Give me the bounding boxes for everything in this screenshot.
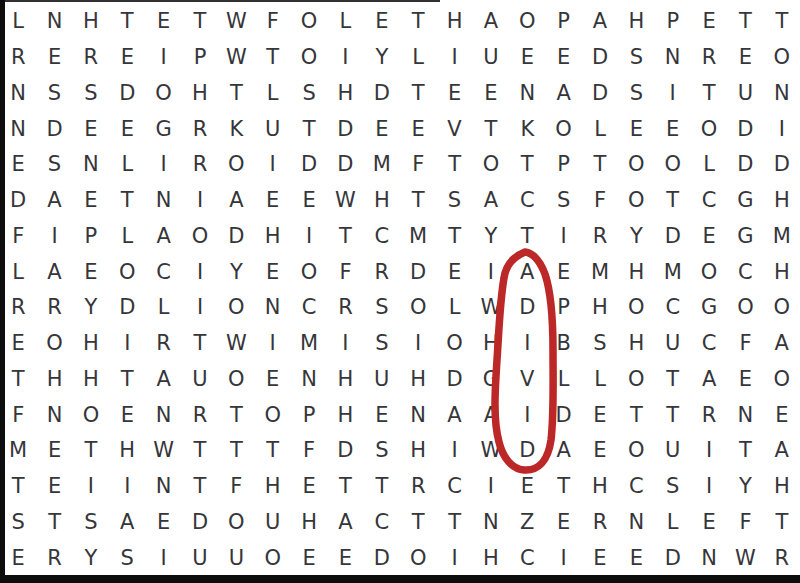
grid-cell[interactable]: D bbox=[291, 147, 327, 183]
grid-cell[interactable]: A bbox=[218, 183, 254, 219]
grid-cell[interactable]: T bbox=[764, 505, 800, 541]
grid-cell[interactable]: Y bbox=[73, 290, 109, 326]
grid-cell[interactable]: S bbox=[0, 505, 36, 541]
grid-cell[interactable]: D bbox=[0, 183, 36, 219]
grid-cell[interactable]: G bbox=[727, 219, 763, 255]
grid-cell[interactable]: D bbox=[545, 397, 581, 433]
grid-cell[interactable]: N bbox=[473, 505, 509, 541]
grid-cell[interactable]: C bbox=[509, 183, 545, 219]
grid-cell[interactable]: L bbox=[400, 40, 436, 76]
grid-cell[interactable]: F bbox=[727, 326, 763, 362]
grid-cell[interactable]: I bbox=[436, 433, 472, 469]
grid-cell[interactable]: N bbox=[655, 40, 691, 76]
grid-cell[interactable]: H bbox=[582, 290, 618, 326]
grid-cell[interactable]: C bbox=[364, 505, 400, 541]
grid-cell[interactable]: D bbox=[400, 254, 436, 290]
grid-cell[interactable]: H bbox=[327, 76, 363, 112]
grid-cell[interactable]: T bbox=[400, 76, 436, 112]
grid-cell[interactable]: T bbox=[764, 4, 800, 40]
grid-cell[interactable]: O bbox=[618, 433, 654, 469]
grid-cell[interactable]: L bbox=[0, 254, 36, 290]
grid-cell[interactable]: I bbox=[327, 40, 363, 76]
grid-cell[interactable]: O bbox=[509, 4, 545, 40]
grid-cell[interactable]: C bbox=[691, 183, 727, 219]
grid-cell[interactable]: E bbox=[0, 326, 36, 362]
grid-cell[interactable]: H bbox=[109, 433, 145, 469]
grid-cell[interactable]: E bbox=[509, 40, 545, 76]
grid-cell[interactable]: T bbox=[727, 4, 763, 40]
grid-cell[interactable]: E bbox=[145, 505, 181, 541]
grid-cell[interactable]: H bbox=[73, 326, 109, 362]
grid-cell[interactable]: N bbox=[691, 540, 727, 576]
grid-cell[interactable]: O bbox=[255, 540, 291, 576]
grid-cell[interactable]: I bbox=[545, 219, 581, 255]
grid-cell[interactable]: U bbox=[655, 433, 691, 469]
grid-cell[interactable]: U bbox=[364, 362, 400, 398]
grid-cell[interactable]: A bbox=[436, 397, 472, 433]
grid-cell[interactable]: E bbox=[145, 4, 181, 40]
grid-cell[interactable]: D bbox=[327, 111, 363, 147]
grid-cell[interactable]: I bbox=[691, 433, 727, 469]
grid-cell[interactable]: T bbox=[400, 505, 436, 541]
grid-cell[interactable]: C bbox=[291, 290, 327, 326]
grid-cell[interactable]: F bbox=[582, 183, 618, 219]
grid-cell[interactable]: A bbox=[473, 397, 509, 433]
grid-cell[interactable]: E bbox=[291, 183, 327, 219]
grid-cell[interactable]: U bbox=[727, 76, 763, 112]
grid-cell[interactable]: L bbox=[436, 290, 472, 326]
grid-cell[interactable]: E bbox=[255, 362, 291, 398]
grid-cell[interactable]: T bbox=[73, 433, 109, 469]
grid-cell[interactable]: A bbox=[145, 219, 181, 255]
grid-cell[interactable]: O bbox=[545, 111, 581, 147]
grid-cell[interactable]: R bbox=[764, 540, 800, 576]
grid-cell[interactable]: T bbox=[400, 4, 436, 40]
grid-cell[interactable]: I bbox=[655, 76, 691, 112]
grid-cell[interactable]: V bbox=[436, 111, 472, 147]
grid-cell[interactable]: H bbox=[473, 326, 509, 362]
grid-cell[interactable]: T bbox=[218, 433, 254, 469]
grid-cell[interactable]: T bbox=[327, 219, 363, 255]
grid-cell[interactable]: H bbox=[400, 362, 436, 398]
grid-cell[interactable]: D bbox=[109, 76, 145, 112]
grid-cell[interactable]: P bbox=[545, 147, 581, 183]
grid-cell[interactable]: H bbox=[764, 183, 800, 219]
grid-cell[interactable]: T bbox=[509, 219, 545, 255]
grid-cell[interactable]: E bbox=[36, 469, 72, 505]
grid-cell[interactable]: U bbox=[255, 111, 291, 147]
grid-cell[interactable]: F bbox=[327, 254, 363, 290]
grid-cell[interactable]: E bbox=[727, 362, 763, 398]
grid-cell[interactable]: A bbox=[691, 362, 727, 398]
grid-cell[interactable]: O bbox=[618, 183, 654, 219]
grid-cell[interactable]: N bbox=[36, 397, 72, 433]
grid-cell[interactable]: T bbox=[0, 469, 36, 505]
grid-cell[interactable]: T bbox=[255, 40, 291, 76]
grid-cell[interactable]: H bbox=[764, 469, 800, 505]
grid-cell[interactable]: U bbox=[255, 505, 291, 541]
grid-cell[interactable]: G bbox=[727, 183, 763, 219]
grid-cell[interactable]: G bbox=[691, 290, 727, 326]
grid-cell[interactable]: H bbox=[73, 362, 109, 398]
grid-cell[interactable]: U bbox=[182, 362, 218, 398]
grid-cell[interactable]: S bbox=[436, 183, 472, 219]
grid-cell[interactable]: C bbox=[436, 469, 472, 505]
grid-cell[interactable]: T bbox=[109, 183, 145, 219]
grid-cell[interactable]: S bbox=[545, 183, 581, 219]
grid-cell[interactable]: C bbox=[364, 219, 400, 255]
grid-cell[interactable]: S bbox=[655, 469, 691, 505]
grid-cell[interactable]: R bbox=[582, 505, 618, 541]
grid-cell[interactable]: E bbox=[327, 540, 363, 576]
grid-cell[interactable]: D bbox=[655, 540, 691, 576]
grid-cell[interactable]: A bbox=[109, 505, 145, 541]
grid-cell[interactable]: N bbox=[727, 397, 763, 433]
grid-cell[interactable]: E bbox=[618, 111, 654, 147]
grid-cell[interactable]: S bbox=[364, 326, 400, 362]
grid-cell[interactable]: E bbox=[509, 469, 545, 505]
grid-cell[interactable]: D bbox=[327, 147, 363, 183]
grid-cell[interactable]: D bbox=[364, 540, 400, 576]
grid-cell[interactable]: N bbox=[145, 183, 181, 219]
grid-cell[interactable]: K bbox=[509, 111, 545, 147]
grid-cell[interactable]: T bbox=[364, 469, 400, 505]
grid-cell[interactable]: M bbox=[582, 254, 618, 290]
grid-cell[interactable]: W bbox=[218, 326, 254, 362]
grid-cell[interactable]: E bbox=[582, 433, 618, 469]
grid-cell[interactable]: N bbox=[73, 147, 109, 183]
grid-cell[interactable]: O bbox=[218, 290, 254, 326]
grid-cell[interactable]: O bbox=[618, 362, 654, 398]
grid-cell[interactable]: Y bbox=[618, 219, 654, 255]
grid-cell[interactable]: O bbox=[291, 254, 327, 290]
grid-cell[interactable]: R bbox=[364, 254, 400, 290]
grid-cell[interactable]: E bbox=[291, 540, 327, 576]
grid-cell[interactable]: R bbox=[182, 397, 218, 433]
grid-cell[interactable]: R bbox=[582, 219, 618, 255]
grid-cell[interactable]: I bbox=[291, 219, 327, 255]
grid-cell[interactable]: A bbox=[582, 4, 618, 40]
grid-cell[interactable]: M bbox=[655, 254, 691, 290]
grid-cell[interactable]: O bbox=[400, 290, 436, 326]
grid-cell[interactable]: W bbox=[327, 183, 363, 219]
grid-cell[interactable]: L bbox=[655, 505, 691, 541]
grid-cell[interactable]: W bbox=[473, 433, 509, 469]
grid-cell[interactable]: E bbox=[473, 76, 509, 112]
grid-cell[interactable]: D bbox=[509, 433, 545, 469]
grid-cell[interactable]: E bbox=[109, 397, 145, 433]
grid-cell[interactable]: N bbox=[36, 4, 72, 40]
grid-cell[interactable]: E bbox=[36, 40, 72, 76]
grid-cell[interactable]: O bbox=[691, 254, 727, 290]
grid-cell[interactable]: U bbox=[655, 326, 691, 362]
grid-cell[interactable]: L bbox=[545, 362, 581, 398]
grid-cell[interactable]: E bbox=[109, 40, 145, 76]
grid-cell[interactable]: E bbox=[364, 4, 400, 40]
grid-cell[interactable]: N bbox=[291, 362, 327, 398]
grid-cell[interactable]: H bbox=[400, 433, 436, 469]
grid-cell[interactable]: N bbox=[509, 76, 545, 112]
grid-cell[interactable]: I bbox=[182, 183, 218, 219]
grid-cell[interactable]: H bbox=[582, 469, 618, 505]
grid-cell[interactable]: T bbox=[109, 362, 145, 398]
grid-cell[interactable]: C bbox=[618, 469, 654, 505]
grid-cell[interactable]: L bbox=[109, 147, 145, 183]
grid-cell[interactable]: F bbox=[218, 469, 254, 505]
grid-cell[interactable]: O bbox=[291, 4, 327, 40]
grid-cell[interactable]: O bbox=[73, 397, 109, 433]
grid-cell[interactable]: T bbox=[655, 397, 691, 433]
grid-cell[interactable]: A bbox=[473, 4, 509, 40]
grid-cell[interactable]: H bbox=[764, 254, 800, 290]
grid-cell[interactable]: S bbox=[364, 433, 400, 469]
grid-cell[interactable]: T bbox=[436, 147, 472, 183]
grid-cell[interactable]: C bbox=[691, 326, 727, 362]
grid-cell[interactable]: U bbox=[182, 540, 218, 576]
grid-cell[interactable]: O bbox=[473, 147, 509, 183]
grid-cell[interactable]: D bbox=[582, 76, 618, 112]
grid-cell[interactable]: L bbox=[582, 362, 618, 398]
grid-cell[interactable]: L bbox=[109, 219, 145, 255]
grid-cell[interactable]: E bbox=[436, 76, 472, 112]
grid-cell[interactable]: W bbox=[727, 540, 763, 576]
grid-cell[interactable]: T bbox=[0, 362, 36, 398]
grid-cell[interactable]: T bbox=[691, 76, 727, 112]
grid-cell[interactable]: O bbox=[618, 290, 654, 326]
grid-cell[interactable]: I bbox=[436, 40, 472, 76]
grid-cell[interactable]: S bbox=[109, 540, 145, 576]
grid-cell[interactable]: E bbox=[364, 397, 400, 433]
grid-cell[interactable]: O bbox=[691, 111, 727, 147]
grid-cell[interactable]: T bbox=[182, 4, 218, 40]
grid-cell[interactable]: E bbox=[545, 505, 581, 541]
grid-cell[interactable]: I bbox=[182, 254, 218, 290]
grid-cell[interactable]: A bbox=[545, 433, 581, 469]
grid-cell[interactable]: G bbox=[473, 362, 509, 398]
grid-cell[interactable]: T bbox=[218, 76, 254, 112]
grid-cell[interactable]: D bbox=[655, 219, 691, 255]
grid-cell[interactable]: L bbox=[582, 111, 618, 147]
grid-cell[interactable]: H bbox=[618, 254, 654, 290]
grid-cell[interactable]: T bbox=[618, 397, 654, 433]
grid-cell[interactable]: D bbox=[727, 111, 763, 147]
grid-cell[interactable]: S bbox=[73, 76, 109, 112]
grid-cell[interactable]: R bbox=[73, 40, 109, 76]
grid-cell[interactable]: O bbox=[764, 40, 800, 76]
grid-cell[interactable]: N bbox=[145, 397, 181, 433]
grid-cell[interactable]: T bbox=[655, 362, 691, 398]
grid-cell[interactable]: D bbox=[509, 290, 545, 326]
grid-cell[interactable]: E bbox=[764, 397, 800, 433]
grid-cell[interactable]: I bbox=[145, 540, 181, 576]
grid-cell[interactable]: T bbox=[509, 147, 545, 183]
grid-cell[interactable]: T bbox=[473, 111, 509, 147]
grid-cell[interactable]: U bbox=[473, 40, 509, 76]
grid-cell[interactable]: F bbox=[400, 147, 436, 183]
grid-cell[interactable]: D bbox=[218, 219, 254, 255]
grid-cell[interactable]: O bbox=[145, 76, 181, 112]
grid-cell[interactable]: P bbox=[655, 4, 691, 40]
grid-cell[interactable]: R bbox=[36, 290, 72, 326]
grid-cell[interactable]: E bbox=[291, 469, 327, 505]
grid-cell[interactable]: N bbox=[255, 290, 291, 326]
grid-cell[interactable]: I bbox=[255, 147, 291, 183]
grid-cell[interactable]: E bbox=[727, 40, 763, 76]
grid-cell[interactable]: Y bbox=[473, 219, 509, 255]
grid-cell[interactable]: I bbox=[145, 147, 181, 183]
grid-cell[interactable]: A bbox=[36, 183, 72, 219]
grid-cell[interactable]: O bbox=[618, 147, 654, 183]
grid-cell[interactable]: M bbox=[764, 219, 800, 255]
grid-cell[interactable]: H bbox=[436, 4, 472, 40]
grid-cell[interactable]: S bbox=[291, 76, 327, 112]
grid-cell[interactable]: E bbox=[618, 540, 654, 576]
grid-cell[interactable]: I bbox=[109, 469, 145, 505]
grid-cell[interactable]: V bbox=[509, 362, 545, 398]
grid-cell[interactable]: S bbox=[73, 505, 109, 541]
grid-cell[interactable]: R bbox=[691, 397, 727, 433]
grid-cell[interactable]: D bbox=[36, 111, 72, 147]
grid-cell[interactable]: T bbox=[400, 183, 436, 219]
grid-cell[interactable]: S bbox=[36, 76, 72, 112]
grid-cell[interactable]: E bbox=[0, 540, 36, 576]
grid-cell[interactable]: H bbox=[364, 183, 400, 219]
grid-cell[interactable]: T bbox=[255, 433, 291, 469]
grid-cell[interactable]: T bbox=[545, 469, 581, 505]
grid-cell[interactable]: E bbox=[73, 254, 109, 290]
grid-cell[interactable]: D bbox=[436, 362, 472, 398]
grid-cell[interactable]: E bbox=[36, 433, 72, 469]
grid-cell[interactable]: Y bbox=[73, 540, 109, 576]
grid-cell[interactable]: F bbox=[0, 219, 36, 255]
grid-cell[interactable]: N bbox=[0, 76, 36, 112]
grid-cell[interactable]: S bbox=[36, 147, 72, 183]
grid-cell[interactable]: D bbox=[364, 76, 400, 112]
grid-cell[interactable]: T bbox=[582, 147, 618, 183]
grid-cell[interactable]: F bbox=[727, 505, 763, 541]
grid-cell[interactable]: E bbox=[73, 183, 109, 219]
grid-cell[interactable]: A bbox=[36, 254, 72, 290]
grid-cell[interactable]: I bbox=[36, 219, 72, 255]
grid-cell[interactable]: L bbox=[255, 76, 291, 112]
grid-cell[interactable]: T bbox=[109, 4, 145, 40]
grid-cell[interactable]: I bbox=[327, 326, 363, 362]
grid-cell[interactable]: A bbox=[764, 326, 800, 362]
grid-cell[interactable]: N bbox=[764, 76, 800, 112]
grid-cell[interactable]: C bbox=[655, 290, 691, 326]
grid-cell[interactable]: E bbox=[109, 111, 145, 147]
grid-cell[interactable]: E bbox=[582, 397, 618, 433]
grid-cell[interactable]: E bbox=[545, 254, 581, 290]
grid-cell[interactable]: O bbox=[255, 397, 291, 433]
grid-cell[interactable]: K bbox=[218, 111, 254, 147]
grid-cell[interactable]: H bbox=[327, 397, 363, 433]
grid-cell[interactable]: H bbox=[182, 76, 218, 112]
grid-cell[interactable]: E bbox=[0, 147, 36, 183]
grid-cell[interactable]: N bbox=[400, 397, 436, 433]
grid-cell[interactable]: I bbox=[764, 111, 800, 147]
grid-cell[interactable]: R bbox=[145, 326, 181, 362]
grid-cell[interactable]: C bbox=[509, 540, 545, 576]
grid-cell[interactable]: I bbox=[473, 254, 509, 290]
grid-cell[interactable]: D bbox=[764, 147, 800, 183]
grid-cell[interactable]: E bbox=[255, 254, 291, 290]
grid-cell[interactable]: D bbox=[109, 290, 145, 326]
grid-cell[interactable]: F bbox=[291, 433, 327, 469]
grid-cell[interactable]: O bbox=[182, 219, 218, 255]
grid-cell[interactable]: S bbox=[364, 290, 400, 326]
grid-cell[interactable]: A bbox=[473, 183, 509, 219]
grid-cell[interactable]: R bbox=[182, 111, 218, 147]
grid-cell[interactable]: R bbox=[182, 147, 218, 183]
grid-cell[interactable]: O bbox=[764, 290, 800, 326]
grid-cell[interactable]: E bbox=[691, 4, 727, 40]
grid-cell[interactable]: F bbox=[0, 397, 36, 433]
grid-cell[interactable]: T bbox=[327, 469, 363, 505]
grid-cell[interactable]: Y bbox=[218, 254, 254, 290]
grid-cell[interactable]: S bbox=[582, 326, 618, 362]
grid-cell[interactable]: U bbox=[218, 540, 254, 576]
grid-cell[interactable]: P bbox=[291, 397, 327, 433]
grid-cell[interactable]: P bbox=[73, 219, 109, 255]
grid-cell[interactable]: E bbox=[691, 219, 727, 255]
grid-cell[interactable]: I bbox=[182, 290, 218, 326]
grid-cell[interactable]: E bbox=[400, 111, 436, 147]
grid-cell[interactable]: I bbox=[145, 40, 181, 76]
grid-cell[interactable]: T bbox=[182, 433, 218, 469]
grid-cell[interactable]: I bbox=[509, 397, 545, 433]
grid-cell[interactable]: Y bbox=[364, 40, 400, 76]
grid-cell[interactable]: D bbox=[727, 147, 763, 183]
grid-cell[interactable]: I bbox=[509, 326, 545, 362]
grid-cell[interactable]: L bbox=[145, 290, 181, 326]
grid-cell[interactable]: R bbox=[0, 290, 36, 326]
grid-cell[interactable]: S bbox=[618, 76, 654, 112]
grid-cell[interactable]: D bbox=[327, 433, 363, 469]
grid-cell[interactable]: D bbox=[182, 505, 218, 541]
grid-cell[interactable]: E bbox=[582, 540, 618, 576]
grid-cell[interactable]: A bbox=[145, 362, 181, 398]
grid-cell[interactable]: M bbox=[0, 433, 36, 469]
grid-cell[interactable]: R bbox=[327, 290, 363, 326]
grid-cell[interactable]: R bbox=[400, 469, 436, 505]
grid-cell[interactable]: E bbox=[655, 111, 691, 147]
grid-cell[interactable]: T bbox=[218, 397, 254, 433]
grid-cell[interactable]: W bbox=[473, 290, 509, 326]
grid-cell[interactable]: O bbox=[764, 362, 800, 398]
grid-cell[interactable]: I bbox=[691, 469, 727, 505]
grid-cell[interactable]: O bbox=[218, 505, 254, 541]
grid-cell[interactable]: I bbox=[545, 540, 581, 576]
grid-cell[interactable]: C bbox=[145, 254, 181, 290]
grid-cell[interactable]: N bbox=[0, 111, 36, 147]
grid-cell[interactable]: O bbox=[400, 540, 436, 576]
grid-cell[interactable]: O bbox=[727, 290, 763, 326]
grid-cell[interactable]: L bbox=[327, 4, 363, 40]
grid-cell[interactable]: E bbox=[436, 254, 472, 290]
grid-cell[interactable]: T bbox=[291, 111, 327, 147]
grid-cell[interactable]: W bbox=[218, 40, 254, 76]
grid-cell[interactable]: M bbox=[291, 326, 327, 362]
grid-cell[interactable]: T bbox=[727, 433, 763, 469]
grid-cell[interactable]: L bbox=[0, 4, 36, 40]
grid-cell[interactable]: T bbox=[436, 505, 472, 541]
grid-cell[interactable]: I bbox=[73, 469, 109, 505]
grid-cell[interactable]: T bbox=[655, 183, 691, 219]
grid-cell[interactable]: E bbox=[545, 40, 581, 76]
grid-cell[interactable]: R bbox=[0, 40, 36, 76]
grid-cell[interactable]: W bbox=[145, 433, 181, 469]
